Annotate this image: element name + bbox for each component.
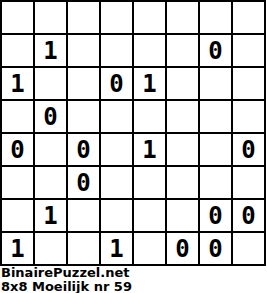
cell-r4c6[interactable] (167, 101, 198, 132)
cell-r2c6[interactable] (167, 35, 198, 66)
cell-r4c7[interactable] (200, 101, 231, 132)
cell-r5c7[interactable] (200, 134, 231, 165)
cell-r8c1: 1 (2, 233, 33, 264)
site-name: BinairePuzzel.net (1, 266, 267, 280)
cell-r2c7: 0 (200, 35, 231, 66)
cell-r5c4[interactable] (101, 134, 132, 165)
cell-r6c8[interactable] (233, 167, 264, 198)
cell-r3c7[interactable] (200, 68, 231, 99)
cell-r8c4: 1 (101, 233, 132, 264)
cell-r7c7: 0 (200, 200, 231, 231)
cell-r3c6[interactable] (167, 68, 198, 99)
cell-r3c4: 0 (101, 68, 132, 99)
puzzle-info: 8x8 Moeilijk nr 59 (1, 280, 267, 293)
cell-r6c7[interactable] (200, 167, 231, 198)
cell-r1c3[interactable] (68, 2, 99, 33)
cell-r1c2[interactable] (35, 2, 66, 33)
cell-r8c7: 0 (200, 233, 231, 264)
cell-r8c8[interactable] (233, 233, 264, 264)
cell-r5c8: 0 (233, 134, 264, 165)
cell-r3c1: 1 (2, 68, 33, 99)
cell-r4c4[interactable] (101, 101, 132, 132)
cell-r3c5: 1 (134, 68, 165, 99)
cell-r2c5[interactable] (134, 35, 165, 66)
cell-r8c5[interactable] (134, 233, 165, 264)
cell-r8c2[interactable] (35, 233, 66, 264)
cell-r7c8: 0 (233, 200, 264, 231)
cell-r4c2: 0 (35, 101, 66, 132)
cell-r6c3: 0 (68, 167, 99, 198)
cell-r5c5: 1 (134, 134, 165, 165)
cell-r6c5[interactable] (134, 167, 165, 198)
cell-r1c4[interactable] (101, 2, 132, 33)
cell-r7c3[interactable] (68, 200, 99, 231)
cell-r6c6[interactable] (167, 167, 198, 198)
cell-r7c5[interactable] (134, 200, 165, 231)
cell-r3c2[interactable] (35, 68, 66, 99)
cell-r6c2[interactable] (35, 167, 66, 198)
cell-r1c5[interactable] (134, 2, 165, 33)
cell-r5c1: 0 (2, 134, 33, 165)
cell-r4c3[interactable] (68, 101, 99, 132)
cell-r1c6[interactable] (167, 2, 198, 33)
cell-r5c6[interactable] (167, 134, 198, 165)
cell-r3c8[interactable] (233, 68, 264, 99)
cell-r3c3[interactable] (68, 68, 99, 99)
cell-r7c2: 1 (35, 200, 66, 231)
cell-r6c1[interactable] (2, 167, 33, 198)
cell-r4c5[interactable] (134, 101, 165, 132)
cell-r7c1[interactable] (2, 200, 33, 231)
cell-r1c8[interactable] (233, 2, 264, 33)
cell-r7c4[interactable] (101, 200, 132, 231)
cell-r7c6[interactable] (167, 200, 198, 231)
cell-r4c1[interactable] (2, 101, 33, 132)
cell-r6c4[interactable] (101, 167, 132, 198)
cell-r4c8[interactable] (233, 101, 264, 132)
cell-r5c3: 0 (68, 134, 99, 165)
cell-r2c1[interactable] (2, 35, 33, 66)
cell-r2c4[interactable] (101, 35, 132, 66)
cell-r1c1[interactable] (2, 2, 33, 33)
cell-r1c7[interactable] (200, 2, 231, 33)
binary-puzzle-board: 101010001001001100 (0, 0, 266, 266)
cell-r2c2: 1 (35, 35, 66, 66)
cell-r2c3[interactable] (68, 35, 99, 66)
cell-r8c3[interactable] (68, 233, 99, 264)
cell-r8c6: 0 (167, 233, 198, 264)
cell-r5c2[interactable] (35, 134, 66, 165)
cell-r2c8[interactable] (233, 35, 264, 66)
